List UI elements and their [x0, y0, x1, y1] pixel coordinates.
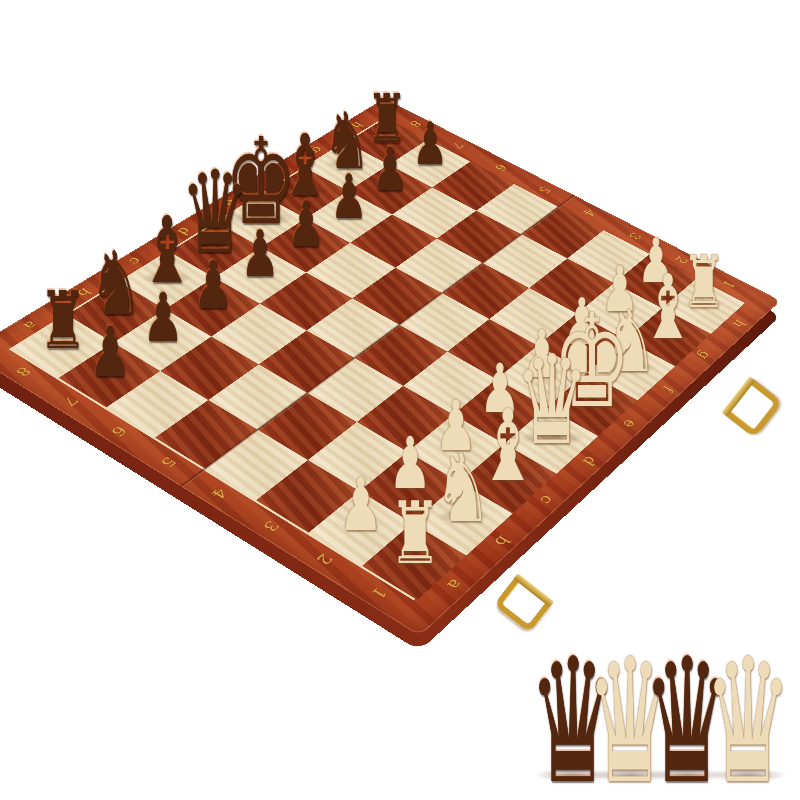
- rank-label-right-7: 7: [448, 140, 467, 151]
- rank-label-left-1: 1: [366, 584, 391, 602]
- file-label-bottom-b: b: [490, 533, 514, 550]
- piece-dark-pawn-g7[interactable]: ♟: [372, 140, 408, 200]
- piece-dark-pawn-h7[interactable]: ♟: [412, 115, 448, 173]
- rank-label-left-6: 6: [106, 423, 130, 439]
- rank-label-left-2: 2: [311, 550, 336, 567]
- piece-dark-pawn-a7[interactable]: ♟: [89, 318, 131, 387]
- piece-light-knight-b1[interactable]: ♞: [434, 440, 492, 535]
- file-label-bottom-f: f: [658, 383, 677, 395]
- piece-dark-pawn-c7[interactable]: ♟: [193, 253, 233, 319]
- piece-dark-pawn-f7[interactable]: ♟: [330, 166, 367, 227]
- file-label-bottom-a: a: [442, 576, 466, 593]
- rank-label-left-7: 7: [58, 393, 82, 408]
- piece-dark-pawn-e7[interactable]: ♟: [287, 194, 325, 257]
- file-label-bottom-h: h: [729, 317, 750, 330]
- file-label-bottom-g: g: [694, 349, 715, 362]
- file-label-bottom-c: c: [535, 493, 558, 508]
- rank-label-left-4: 4: [206, 485, 230, 501]
- extra-queen-light-4: ♛: [703, 636, 792, 800]
- product-photo-scene: { "game": "chess", "scene": { "descripti…: [0, 0, 800, 800]
- rank-label-right-5: 5: [534, 184, 553, 195]
- rank-label-right-4: 4: [579, 207, 599, 218]
- piece-dark-rook-a8[interactable]: ♜: [39, 281, 87, 360]
- rank-label-left-8: 8: [11, 364, 34, 379]
- piece-light-rook-a1[interactable]: ♜: [388, 490, 441, 576]
- piece-dark-pawn-b7[interactable]: ♟: [142, 284, 183, 351]
- rank-label-left-3: 3: [258, 517, 283, 534]
- brass-clasp-right: [723, 378, 783, 439]
- piece-light-pawn-a2[interactable]: ♟: [338, 468, 383, 541]
- piece-dark-pawn-d7[interactable]: ♟: [241, 222, 280, 286]
- rank-label-left-5: 5: [156, 454, 180, 470]
- rank-label-right-6: 6: [491, 162, 510, 173]
